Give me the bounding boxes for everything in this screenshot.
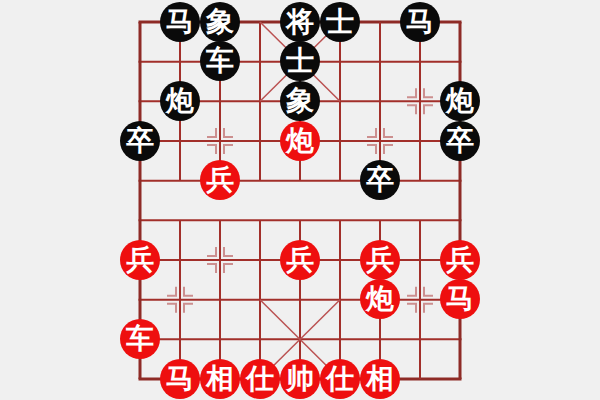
- intersection-6-7[interactable]: 炮: [360, 280, 400, 320]
- intersection-7-1[interactable]: [400, 42, 440, 82]
- black-advisor[interactable]: 士: [280, 41, 320, 81]
- intersection-6-1[interactable]: [360, 42, 400, 82]
- intersection-6-9[interactable]: 相: [360, 359, 400, 399]
- intersection-7-5[interactable]: [400, 200, 440, 240]
- intersection-4-0[interactable]: 将: [280, 2, 320, 42]
- intersection-4-5[interactable]: [280, 200, 320, 240]
- intersection-8-0[interactable]: [440, 2, 480, 42]
- intersection-0-0[interactable]: [120, 2, 160, 42]
- intersection-8-1[interactable]: [440, 42, 480, 82]
- intersection-4-4[interactable]: [280, 161, 320, 201]
- intersection-6-6[interactable]: 兵: [360, 240, 400, 280]
- xiangqi-app: 马象将士马车士炮象炮卒炮卒兵卒兵兵兵兵炮马车马相仕帅仕相: [0, 0, 600, 400]
- red-chariot[interactable]: 车: [120, 319, 160, 359]
- intersection-2-5[interactable]: [200, 200, 240, 240]
- intersection-2-9[interactable]: 相: [200, 359, 240, 399]
- intersection-7-7[interactable]: [400, 280, 440, 320]
- intersection-5-3[interactable]: [320, 121, 360, 161]
- black-chariot[interactable]: 车: [200, 41, 240, 81]
- intersection-4-6[interactable]: 兵: [280, 240, 320, 280]
- intersection-6-8[interactable]: [360, 319, 400, 359]
- black-horse[interactable]: 马: [400, 2, 440, 42]
- intersection-2-1[interactable]: 车: [200, 42, 240, 82]
- red-cannon[interactable]: 炮: [360, 279, 400, 319]
- intersection-8-6[interactable]: 兵: [440, 240, 480, 280]
- intersection-4-8[interactable]: [280, 319, 320, 359]
- red-horse[interactable]: 马: [160, 359, 200, 399]
- intersection-2-3[interactable]: [200, 121, 240, 161]
- intersection-0-7[interactable]: [120, 280, 160, 320]
- intersection-0-4[interactable]: [120, 161, 160, 201]
- intersection-6-2[interactable]: [360, 81, 400, 121]
- red-horse[interactable]: 马: [440, 279, 480, 319]
- intersection-3-2[interactable]: [240, 81, 280, 121]
- intersection-1-1[interactable]: [160, 42, 200, 82]
- intersection-3-6[interactable]: [240, 240, 280, 280]
- intersection-2-6[interactable]: [200, 240, 240, 280]
- intersection-5-5[interactable]: [320, 200, 360, 240]
- intersection-5-9[interactable]: 仕: [320, 359, 360, 399]
- intersection-0-6[interactable]: 兵: [120, 240, 160, 280]
- red-soldier[interactable]: 兵: [120, 240, 160, 280]
- intersection-4-9[interactable]: 帅: [280, 359, 320, 399]
- intersection-0-3[interactable]: 卒: [120, 121, 160, 161]
- intersection-0-5[interactable]: [120, 200, 160, 240]
- intersection-7-4[interactable]: [400, 161, 440, 201]
- intersection-8-4[interactable]: [440, 161, 480, 201]
- intersection-5-7[interactable]: [320, 280, 360, 320]
- intersection-1-2[interactable]: 炮: [160, 81, 200, 121]
- intersection-8-5[interactable]: [440, 200, 480, 240]
- intersection-6-0[interactable]: [360, 2, 400, 42]
- intersection-8-3[interactable]: 卒: [440, 121, 480, 161]
- intersection-0-1[interactable]: [120, 42, 160, 82]
- intersection-7-0[interactable]: 马: [400, 2, 440, 42]
- intersection-4-7[interactable]: [280, 280, 320, 320]
- intersection-1-3[interactable]: [160, 121, 200, 161]
- black-advisor[interactable]: 士: [320, 2, 360, 42]
- black-soldier[interactable]: 卒: [440, 121, 480, 161]
- black-cannon[interactable]: 炮: [440, 81, 480, 121]
- intersection-3-7[interactable]: [240, 280, 280, 320]
- black-soldier[interactable]: 卒: [360, 160, 400, 200]
- black-horse[interactable]: 马: [160, 2, 200, 42]
- intersection-8-7[interactable]: 马: [440, 280, 480, 320]
- intersection-3-9[interactable]: 仕: [240, 359, 280, 399]
- intersection-3-3[interactable]: [240, 121, 280, 161]
- intersection-3-8[interactable]: [240, 319, 280, 359]
- intersection-2-0[interactable]: 象: [200, 2, 240, 42]
- intersection-2-8[interactable]: [200, 319, 240, 359]
- intersection-7-3[interactable]: [400, 121, 440, 161]
- intersection-2-4[interactable]: 兵: [200, 161, 240, 201]
- intersection-7-9[interactable]: [400, 359, 440, 399]
- intersection-8-8[interactable]: [440, 319, 480, 359]
- intersection-8-2[interactable]: 炮: [440, 81, 480, 121]
- intersection-8-9[interactable]: [440, 359, 480, 399]
- intersection-0-2[interactable]: [120, 81, 160, 121]
- black-soldier[interactable]: 卒: [120, 121, 160, 161]
- intersection-5-4[interactable]: [320, 161, 360, 201]
- intersection-3-5[interactable]: [240, 200, 280, 240]
- intersection-1-8[interactable]: [160, 319, 200, 359]
- intersection-1-6[interactable]: [160, 240, 200, 280]
- intersection-3-4[interactable]: [240, 161, 280, 201]
- red-soldier[interactable]: 兵: [360, 240, 400, 280]
- intersection-0-9[interactable]: [120, 359, 160, 399]
- intersection-2-2[interactable]: [200, 81, 240, 121]
- intersection-5-1[interactable]: [320, 42, 360, 82]
- intersection-4-3[interactable]: 炮: [280, 121, 320, 161]
- black-elephant[interactable]: 象: [280, 81, 320, 121]
- intersection-6-5[interactable]: [360, 200, 400, 240]
- intersection-1-5[interactable]: [160, 200, 200, 240]
- intersection-7-2[interactable]: [400, 81, 440, 121]
- intersection-1-0[interactable]: 马: [160, 2, 200, 42]
- black-elephant[interactable]: 象: [200, 2, 240, 42]
- intersection-7-6[interactable]: [400, 240, 440, 280]
- intersection-6-3[interactable]: [360, 121, 400, 161]
- intersection-5-0[interactable]: 士: [320, 2, 360, 42]
- black-general[interactable]: 将: [280, 2, 320, 42]
- intersection-1-4[interactable]: [160, 161, 200, 201]
- black-cannon[interactable]: 炮: [160, 81, 200, 121]
- intersection-3-1[interactable]: [240, 42, 280, 82]
- red-elephant[interactable]: 相: [200, 359, 240, 399]
- intersection-7-8[interactable]: [400, 319, 440, 359]
- intersection-5-8[interactable]: [320, 319, 360, 359]
- intersection-3-0[interactable]: [240, 2, 280, 42]
- red-soldier[interactable]: 兵: [440, 240, 480, 280]
- red-soldier[interactable]: 兵: [280, 240, 320, 280]
- red-cannon[interactable]: 炮: [280, 121, 320, 161]
- intersection-0-8[interactable]: 车: [120, 319, 160, 359]
- intersection-5-6[interactable]: [320, 240, 360, 280]
- intersection-4-2[interactable]: 象: [280, 81, 320, 121]
- intersection-5-2[interactable]: [320, 81, 360, 121]
- red-advisor[interactable]: 仕: [240, 359, 280, 399]
- xiangqi-board: 马象将士马车士炮象炮卒炮卒兵卒兵兵兵兵炮马车马相仕帅仕相: [120, 2, 480, 399]
- red-soldier[interactable]: 兵: [200, 160, 240, 200]
- red-general[interactable]: 帅: [280, 359, 320, 399]
- red-advisor[interactable]: 仕: [320, 359, 360, 399]
- intersection-1-7[interactable]: [160, 280, 200, 320]
- intersection-2-7[interactable]: [200, 280, 240, 320]
- intersection-4-1[interactable]: 士: [280, 42, 320, 82]
- intersection-6-4[interactable]: 卒: [360, 161, 400, 201]
- intersection-1-9[interactable]: 马: [160, 359, 200, 399]
- red-elephant[interactable]: 相: [360, 359, 400, 399]
